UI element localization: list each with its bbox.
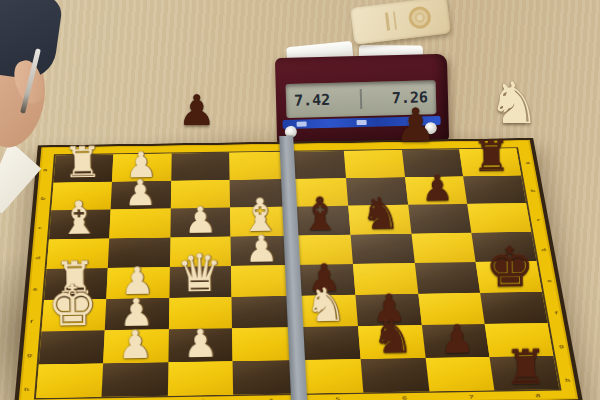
square-e4[interactable] [231,265,294,297]
coord-file-e-right: e [547,279,553,284]
white-king-f1[interactable]: ♚ [48,279,99,333]
square-h1[interactable] [36,363,103,398]
square-g3[interactable]: ♟ [168,328,232,362]
captured-black-pawn: ♟ [395,102,436,148]
coord-rank-8: 8 [535,393,541,398]
white-pawn-g2[interactable]: ♟ [118,327,153,364]
square-h6[interactable] [361,358,429,393]
white-knight-f5[interactable]: ♞ [305,284,347,329]
coord-rank-7: 7 [469,395,475,400]
coord-rank-6: 6 [402,396,408,400]
square-g4[interactable] [232,327,297,361]
white-pawn-d4[interactable]: ♟ [244,231,278,267]
square-h2[interactable] [102,362,168,397]
square-h5[interactable] [297,359,364,394]
black-bishop-c5[interactable]: ♝ [300,193,341,237]
square-e3[interactable]: ♛ [169,266,231,298]
coord-file-g-right: g [558,344,564,349]
chess-board: ♜♟♜♟♟♝♟♝♝♞♟♜♟♛♟♚♚♟♞♟♟♟♞♟♜ 12345678aabbcc… [13,138,582,400]
captured-black-pawn: ♟ [178,90,216,132]
square-c7[interactable] [408,204,471,234]
square-a4[interactable] [229,152,288,180]
square-g5[interactable] [295,326,361,360]
square-h3[interactable] [167,361,232,396]
square-g1[interactable] [39,330,105,364]
black-knight-c6[interactable]: ♞ [360,193,400,236]
black-rook-h8[interactable]: ♜ [504,345,548,391]
square-c6[interactable]: ♞ [348,205,411,235]
plaque-engraving [393,12,397,30]
captured-white-knight: ♞ [488,74,540,132]
clock-display-divider [360,89,363,109]
square-f4[interactable] [231,296,295,329]
square-b7[interactable]: ♟ [405,176,467,205]
square-d4[interactable]: ♟ [230,235,292,266]
square-a8[interactable]: ♜ [459,148,521,176]
square-g6[interactable]: ♞ [358,325,425,359]
black-knight-g6[interactable]: ♞ [371,314,414,360]
square-b8[interactable] [463,175,526,204]
square-a3[interactable] [171,153,230,181]
square-h7[interactable] [425,357,494,392]
square-e7[interactable] [414,262,480,294]
coord-file-d-left: d [35,256,40,261]
clock-button-icon[interactable] [357,120,367,125]
coord-file-f-right: f [554,311,558,316]
white-pawn-b2[interactable]: ♟ [124,176,157,211]
white-pawn-g3[interactable]: ♟ [182,325,217,362]
coord-file-h-right: h [565,378,571,383]
clock-time-left: 7.42 [294,91,331,110]
coord-file-h-left: h [24,387,30,392]
square-f1[interactable]: ♚ [42,299,107,332]
square-d7[interactable] [411,233,475,264]
square-e8[interactable]: ♚ [475,261,541,292]
coord-file-e-left: e [33,287,38,292]
plaque-engraving [385,12,390,30]
square-d6[interactable] [351,233,415,264]
square-h4[interactable] [232,360,298,395]
black-rook-a8[interactable]: ♜ [472,136,511,177]
square-a5[interactable] [286,151,346,179]
coord-file-a-right: a [525,161,530,165]
coord-file-f-left: f [30,319,34,324]
coord-file-g-left: g [27,353,33,358]
clock-button-icon[interactable] [297,121,307,126]
black-king-e8[interactable]: ♚ [485,241,535,294]
white-queen-e3[interactable]: ♛ [176,249,223,299]
square-c2[interactable] [109,209,170,239]
coord-file-d-right: d [541,248,547,253]
black-pawn-b7[interactable]: ♟ [421,171,454,205]
square-c8[interactable] [467,203,531,233]
square-g7[interactable]: ♟ [421,324,489,358]
square-g2[interactable]: ♟ [103,329,168,363]
white-pawn-c3[interactable]: ♟ [183,203,216,238]
square-c5[interactable]: ♝ [289,206,351,236]
square-f5[interactable]: ♞ [293,295,358,328]
square-c3[interactable]: ♟ [170,208,230,238]
chess-board-3d: ♜♟♜♟♟♝♟♝♝♞♟♜♟♛♟♚♚♟♞♟♟♟♞♟♜ 12345678aabbcc… [13,138,582,400]
coord-file-c-right: c [536,218,541,222]
ring-logo-icon [408,5,433,30]
player-hand [0,0,70,230]
square-h8[interactable]: ♜ [489,356,559,391]
scoresheet-paper [0,141,47,221]
black-pawn-g7[interactable]: ♟ [439,321,474,358]
coord-file-b-right: b [530,189,536,193]
square-b2[interactable]: ♟ [111,181,171,210]
square-f8[interactable] [480,292,548,325]
wooden-logo-plaque [350,0,451,45]
square-a6[interactable] [344,150,405,178]
